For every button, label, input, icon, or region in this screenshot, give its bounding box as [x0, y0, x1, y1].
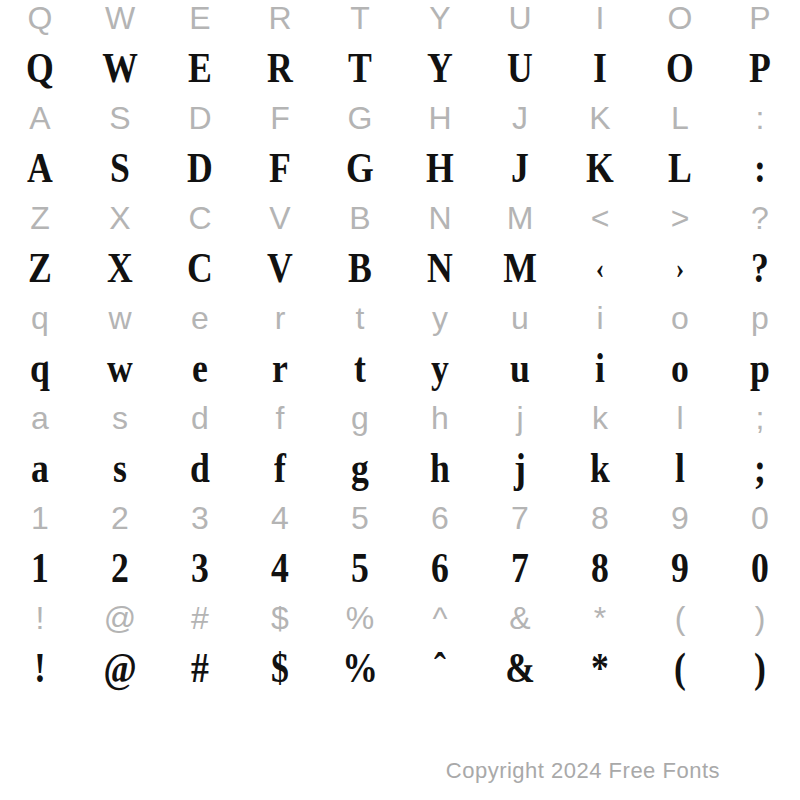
- specimen-cell: L: [646, 143, 714, 193]
- preview-cell: I: [560, 0, 640, 43]
- specimen-cell: U: [486, 43, 554, 93]
- specimen-cell: ): [726, 643, 794, 693]
- specimen-cell: i: [566, 343, 634, 393]
- copyright-text: Copyright 2024 Free Fonts: [446, 758, 720, 784]
- specimen-cell: a: [6, 443, 74, 493]
- specimen-cell: 0: [726, 543, 794, 593]
- preview-cell: ?: [720, 193, 800, 243]
- preview-cell: W: [80, 0, 160, 43]
- preview-cell: D: [160, 93, 240, 143]
- specimen-cell: J: [486, 143, 554, 193]
- preview-cell: ): [720, 593, 800, 643]
- preview-cell: O: [640, 0, 720, 43]
- specimen-cell: 7: [486, 543, 554, 593]
- preview-cell: P: [720, 0, 800, 43]
- specimen-cell: H: [406, 143, 474, 193]
- specimen-row-lowercase-home-row: asdfghjkl;: [0, 443, 800, 493]
- specimen-cell: ‹: [566, 243, 634, 293]
- preview-cell: e: [160, 293, 240, 343]
- preview-cell: h: [400, 393, 480, 443]
- specimen-cell: S: [86, 143, 154, 193]
- preview-cell: V: [240, 193, 320, 243]
- preview-row-uppercase-bottom-row: ZXCVBNM<>?: [0, 193, 800, 243]
- specimen-cell: Z: [6, 243, 74, 293]
- specimen-cell: O: [646, 43, 714, 93]
- preview-cell: :: [720, 93, 800, 143]
- specimen-cell: &: [486, 643, 554, 693]
- preview-cell: J: [480, 93, 560, 143]
- specimen-cell: :: [726, 143, 794, 193]
- preview-cell: d: [160, 393, 240, 443]
- specimen-cell: ?: [726, 243, 794, 293]
- specimen-cell: w: [86, 343, 154, 393]
- preview-cell: y: [400, 293, 480, 343]
- preview-cell: 7: [480, 493, 560, 543]
- preview-cell: K: [560, 93, 640, 143]
- specimen-cell: A: [6, 143, 74, 193]
- specimen-row-uppercase-top-row: QWERTYUIOP: [0, 43, 800, 93]
- specimen-row-uppercase-bottom-row: ZXCVBNM‹›?: [0, 243, 800, 293]
- preview-cell: 9: [640, 493, 720, 543]
- specimen-cell: X: [86, 243, 154, 293]
- specimen-cell: p: [726, 343, 794, 393]
- specimen-row-digits-row: 1234567890: [0, 543, 800, 593]
- preview-row-symbols-row: !@#$%^&*(): [0, 593, 800, 643]
- specimen-cell: B: [326, 243, 394, 293]
- preview-cell: N: [400, 193, 480, 243]
- specimen-cell: R: [246, 43, 314, 93]
- specimen-cell: C: [166, 243, 234, 293]
- preview-cell: #: [160, 593, 240, 643]
- preview-cell: q: [0, 293, 80, 343]
- preview-cell: p: [720, 293, 800, 343]
- specimen-cell: Q: [6, 43, 74, 93]
- specimen-cell: F: [246, 143, 314, 193]
- specimen-cell: 9: [646, 543, 714, 593]
- specimen-row-symbols-row: !@#$%ˆ&*(): [0, 643, 800, 693]
- preview-cell: 2: [80, 493, 160, 543]
- preview-cell: 0: [720, 493, 800, 543]
- specimen-cell: 8: [566, 543, 634, 593]
- preview-cell: !: [0, 593, 80, 643]
- specimen-cell: !: [6, 643, 74, 693]
- specimen-cell: j: [486, 443, 554, 493]
- specimen-cell: l: [646, 443, 714, 493]
- preview-cell: i: [560, 293, 640, 343]
- preview-cell: s: [80, 393, 160, 443]
- preview-cell: L: [640, 93, 720, 143]
- specimen-cell: ;: [726, 443, 794, 493]
- preview-cell: j: [480, 393, 560, 443]
- specimen-row-uppercase-home-row: ASDFGHJKL:: [0, 143, 800, 193]
- specimen-cell: u: [486, 343, 554, 393]
- preview-cell: a: [0, 393, 80, 443]
- specimen-cell: s: [86, 443, 154, 493]
- specimen-cell: #: [166, 643, 234, 693]
- specimen-cell: Y: [406, 43, 474, 93]
- preview-cell: A: [0, 93, 80, 143]
- preview-cell: 4: [240, 493, 320, 543]
- preview-cell: >: [640, 193, 720, 243]
- specimen-cell: t: [326, 343, 394, 393]
- specimen-row-lowercase-top-row: qwertyuiop: [0, 343, 800, 393]
- specimen-cell: d: [166, 443, 234, 493]
- specimen-cell: W: [86, 43, 154, 93]
- specimen-cell: *: [566, 643, 634, 693]
- preview-row-lowercase-home-row: asdfghjkl;: [0, 393, 800, 443]
- specimen-cell: 5: [326, 543, 394, 593]
- preview-cell: t: [320, 293, 400, 343]
- preview-cell: 1: [0, 493, 80, 543]
- specimen-cell: g: [326, 443, 394, 493]
- specimen-cell: o: [646, 343, 714, 393]
- specimen-cell: (: [646, 643, 714, 693]
- preview-cell: U: [480, 0, 560, 43]
- preview-cell: S: [80, 93, 160, 143]
- preview-cell: g: [320, 393, 400, 443]
- preview-cell: 5: [320, 493, 400, 543]
- preview-cell: ;: [720, 393, 800, 443]
- preview-cell: u: [480, 293, 560, 343]
- preview-cell: r: [240, 293, 320, 343]
- specimen-cell: h: [406, 443, 474, 493]
- preview-row-lowercase-top-row: qwertyuiop: [0, 293, 800, 343]
- specimen-cell: 3: [166, 543, 234, 593]
- specimen-cell: %: [326, 643, 394, 693]
- preview-cell: w: [80, 293, 160, 343]
- specimen-cell: D: [166, 143, 234, 193]
- preview-row-uppercase-top-row: QWERTYUIOP: [0, 0, 800, 43]
- preview-cell: o: [640, 293, 720, 343]
- preview-cell: k: [560, 393, 640, 443]
- font-specimen-page: QWERTYUIOPQWERTYUIOPASDFGHJKL:ASDFGHJKL:…: [0, 0, 800, 800]
- preview-cell: X: [80, 193, 160, 243]
- specimen-cell: @: [86, 643, 154, 693]
- specimen-cell: f: [246, 443, 314, 493]
- preview-cell: T: [320, 0, 400, 43]
- preview-cell: 8: [560, 493, 640, 543]
- specimen-cell: 4: [246, 543, 314, 593]
- preview-cell: 6: [400, 493, 480, 543]
- preview-cell: ^: [400, 593, 480, 643]
- specimen-cell: T: [326, 43, 394, 93]
- specimen-cell: N: [406, 243, 474, 293]
- specimen-cell: E: [166, 43, 234, 93]
- preview-cell: R: [240, 0, 320, 43]
- preview-cell: Q: [0, 0, 80, 43]
- specimen-cell: ›: [646, 243, 714, 293]
- preview-cell: l: [640, 393, 720, 443]
- specimen-cell: ˆ: [406, 643, 474, 693]
- preview-cell: H: [400, 93, 480, 143]
- preview-cell: &: [480, 593, 560, 643]
- character-grid: QWERTYUIOPQWERTYUIOPASDFGHJKL:ASDFGHJKL:…: [0, 0, 800, 693]
- preview-cell: E: [160, 0, 240, 43]
- specimen-cell: 6: [406, 543, 474, 593]
- preview-cell: f: [240, 393, 320, 443]
- preview-cell: (: [640, 593, 720, 643]
- specimen-cell: k: [566, 443, 634, 493]
- preview-row-digits-row: 1234567890: [0, 493, 800, 543]
- specimen-cell: V: [246, 243, 314, 293]
- specimen-cell: $: [246, 643, 314, 693]
- specimen-cell: I: [566, 43, 634, 93]
- preview-cell: F: [240, 93, 320, 143]
- specimen-cell: e: [166, 343, 234, 393]
- preview-cell: G: [320, 93, 400, 143]
- preview-cell: C: [160, 193, 240, 243]
- preview-row-uppercase-home-row: ASDFGHJKL:: [0, 93, 800, 143]
- specimen-cell: K: [566, 143, 634, 193]
- preview-cell: 3: [160, 493, 240, 543]
- preview-cell: <: [560, 193, 640, 243]
- specimen-cell: G: [326, 143, 394, 193]
- preview-cell: Z: [0, 193, 80, 243]
- specimen-cell: y: [406, 343, 474, 393]
- specimen-cell: r: [246, 343, 314, 393]
- preview-cell: $: [240, 593, 320, 643]
- preview-cell: M: [480, 193, 560, 243]
- specimen-cell: M: [486, 243, 554, 293]
- preview-cell: *: [560, 593, 640, 643]
- preview-cell: @: [80, 593, 160, 643]
- preview-cell: %: [320, 593, 400, 643]
- specimen-cell: 1: [6, 543, 74, 593]
- specimen-cell: q: [6, 343, 74, 393]
- specimen-cell: P: [726, 43, 794, 93]
- preview-cell: Y: [400, 0, 480, 43]
- specimen-cell: 2: [86, 543, 154, 593]
- preview-cell: B: [320, 193, 400, 243]
